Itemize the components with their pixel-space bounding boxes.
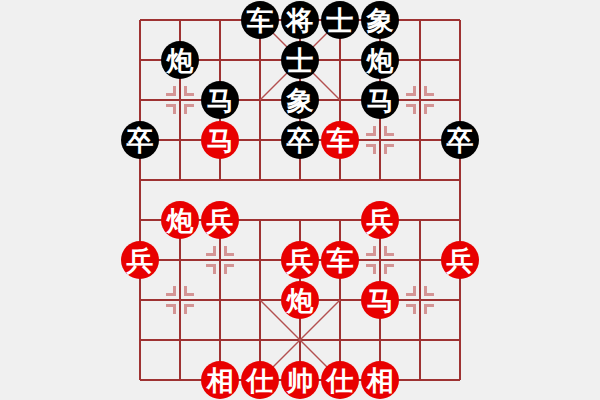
- piece-red-horse[interactable]: 马: [360, 280, 400, 320]
- black-soldier-glyph: 卒: [281, 121, 319, 159]
- marker-corner-tl: [166, 86, 176, 96]
- piece-black-advisor[interactable]: 士: [280, 40, 320, 80]
- red-soldier-glyph: 兵: [441, 241, 479, 279]
- piece-black-chariot[interactable]: 车: [240, 0, 280, 40]
- piece-black-soldier[interactable]: 卒: [120, 120, 160, 160]
- piece-red-cannon[interactable]: 炮: [160, 200, 200, 240]
- marker-corner-tr: [184, 86, 194, 96]
- marker-corner-br: [184, 304, 194, 314]
- black-chariot-glyph: 车: [241, 1, 279, 39]
- point-marker-brackets: [366, 246, 394, 274]
- piece-red-advisor[interactable]: 仕: [240, 360, 280, 400]
- piece-red-soldier[interactable]: 兵: [440, 240, 480, 280]
- marker-corner-tl: [366, 246, 376, 256]
- xiangqi-board-screen: 车将士象炮士炮马象马卒马卒车卒炮兵兵兵兵车兵炮马相仕帅仕相: [0, 0, 600, 400]
- red-advisor-glyph: 仕: [241, 361, 279, 399]
- piece-red-general[interactable]: 帅: [280, 360, 320, 400]
- piece-red-horse[interactable]: 马: [200, 120, 240, 160]
- black-horse-glyph: 马: [361, 81, 399, 119]
- board-grid[interactable]: 车将士象炮士炮马象马卒马卒车卒炮兵兵兵兵车兵炮马相仕帅仕相: [120, 0, 480, 400]
- point-marker-brackets: [366, 126, 394, 154]
- red-soldier-glyph: 兵: [201, 201, 239, 239]
- piece-black-cannon[interactable]: 炮: [160, 40, 200, 80]
- red-soldier-glyph: 兵: [281, 241, 319, 279]
- red-general-glyph: 帅: [281, 361, 319, 399]
- point-marker: [160, 80, 200, 120]
- piece-black-general[interactable]: 将: [280, 0, 320, 40]
- red-horse-glyph: 马: [201, 121, 239, 159]
- point-marker: [360, 120, 400, 160]
- marker-corner-br: [384, 144, 394, 154]
- marker-corner-tr: [184, 286, 194, 296]
- point-marker-brackets: [166, 86, 194, 114]
- marker-corner-br: [384, 264, 394, 274]
- marker-corner-bl: [166, 304, 176, 314]
- marker-corner-bl: [206, 264, 216, 274]
- marker-corner-tl: [406, 86, 416, 96]
- piece-red-advisor[interactable]: 仕: [320, 360, 360, 400]
- marker-corner-br: [224, 264, 234, 274]
- black-general-glyph: 将: [281, 1, 319, 39]
- black-soldier-glyph: 卒: [121, 121, 159, 159]
- piece-black-horse[interactable]: 马: [360, 80, 400, 120]
- piece-red-elephant[interactable]: 相: [200, 360, 240, 400]
- red-cannon-glyph: 炮: [281, 281, 319, 319]
- marker-corner-tr: [384, 126, 394, 136]
- black-cannon-glyph: 炮: [161, 41, 199, 79]
- black-cannon-glyph: 炮: [361, 41, 399, 79]
- red-cannon-glyph: 炮: [161, 201, 199, 239]
- black-elephant-glyph: 象: [361, 1, 399, 39]
- red-chariot-glyph: 车: [321, 241, 359, 279]
- piece-red-soldier[interactable]: 兵: [360, 200, 400, 240]
- piece-red-elephant[interactable]: 相: [360, 360, 400, 400]
- piece-red-chariot[interactable]: 车: [320, 120, 360, 160]
- point-marker-brackets: [406, 86, 434, 114]
- piece-black-cannon[interactable]: 炮: [360, 40, 400, 80]
- red-chariot-glyph: 车: [321, 121, 359, 159]
- marker-corner-tl: [166, 286, 176, 296]
- black-advisor-glyph: 士: [281, 41, 319, 79]
- marker-corner-bl: [166, 104, 176, 114]
- point-marker: [200, 240, 240, 280]
- red-elephant-glyph: 相: [201, 361, 239, 399]
- point-marker-brackets: [206, 246, 234, 274]
- piece-red-cannon[interactable]: 炮: [280, 280, 320, 320]
- piece-black-advisor[interactable]: 士: [320, 0, 360, 40]
- piece-black-elephant[interactable]: 象: [360, 0, 400, 40]
- black-soldier-glyph: 卒: [441, 121, 479, 159]
- marker-corner-bl: [366, 144, 376, 154]
- marker-corner-tr: [384, 246, 394, 256]
- marker-corner-tr: [424, 286, 434, 296]
- point-marker: [400, 280, 440, 320]
- red-advisor-glyph: 仕: [321, 361, 359, 399]
- red-soldier-glyph: 兵: [121, 241, 159, 279]
- marker-corner-tl: [366, 126, 376, 136]
- point-marker-brackets: [406, 286, 434, 314]
- marker-corner-bl: [366, 264, 376, 274]
- black-horse-glyph: 马: [201, 81, 239, 119]
- piece-red-soldier[interactable]: 兵: [120, 240, 160, 280]
- red-soldier-glyph: 兵: [361, 201, 399, 239]
- point-marker: [360, 240, 400, 280]
- marker-corner-bl: [406, 104, 416, 114]
- point-marker-brackets: [166, 286, 194, 314]
- marker-corner-tr: [224, 246, 234, 256]
- red-horse-glyph: 马: [361, 281, 399, 319]
- marker-corner-br: [184, 104, 194, 114]
- piece-black-soldier[interactable]: 卒: [280, 120, 320, 160]
- black-advisor-glyph: 士: [321, 1, 359, 39]
- marker-corner-bl: [406, 304, 416, 314]
- piece-black-soldier[interactable]: 卒: [440, 120, 480, 160]
- point-marker: [400, 80, 440, 120]
- piece-red-soldier[interactable]: 兵: [200, 200, 240, 240]
- marker-corner-br: [424, 104, 434, 114]
- marker-corner-tl: [206, 246, 216, 256]
- marker-corner-br: [424, 304, 434, 314]
- piece-red-soldier[interactable]: 兵: [280, 240, 320, 280]
- piece-black-elephant[interactable]: 象: [280, 80, 320, 120]
- black-elephant-glyph: 象: [281, 81, 319, 119]
- point-marker: [160, 280, 200, 320]
- red-elephant-glyph: 相: [361, 361, 399, 399]
- piece-black-horse[interactable]: 马: [200, 80, 240, 120]
- marker-corner-tl: [406, 286, 416, 296]
- piece-red-chariot[interactable]: 车: [320, 240, 360, 280]
- marker-corner-tr: [424, 86, 434, 96]
